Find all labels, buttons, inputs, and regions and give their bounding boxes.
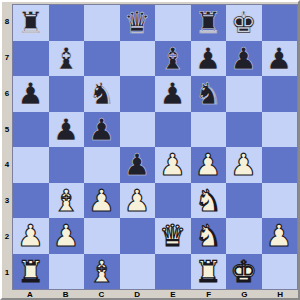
square-h7[interactable]: ♟ [262,41,298,77]
square-c6[interactable]: ♞ [84,76,120,112]
square-e1[interactable] [155,254,191,290]
square-a1[interactable]: ♜ [13,254,49,290]
piece-black-pawn-b5: ♟ [53,112,80,147]
piece-black-bishop-b7: ♝ [53,41,80,76]
square-d6[interactable] [120,76,156,112]
square-h4[interactable] [262,147,298,183]
square-g4[interactable]: ♟ [226,147,262,183]
square-c5[interactable]: ♟ [84,112,120,148]
square-e7[interactable]: ♝ [155,41,191,77]
file-label-b: B [48,289,84,300]
piece-white-knight-f3: ♞ [195,183,222,218]
file-label-c: C [84,289,120,300]
square-b7[interactable]: ♝ [49,41,85,77]
square-f3[interactable]: ♞ [191,183,227,219]
square-f6[interactable]: ♞ [191,76,227,112]
piece-black-rook-a8: ♜ [17,5,44,40]
file-labels: ABCDEFGH [12,289,298,300]
rank-label-7: 7 [2,40,12,76]
square-a5[interactable] [13,112,49,148]
square-d3[interactable]: ♟ [120,183,156,219]
piece-white-king-g1: ♚ [230,254,257,289]
square-f7[interactable]: ♟ [191,41,227,77]
square-a6[interactable]: ♟ [13,76,49,112]
square-c4[interactable] [84,147,120,183]
piece-white-pawn-d3: ♟ [124,183,151,218]
square-f2[interactable]: ♞ [191,218,227,254]
square-d5[interactable] [120,112,156,148]
file-label-a: A [12,289,48,300]
square-a2[interactable]: ♟ [13,218,49,254]
piece-white-pawn-f4: ♟ [195,147,222,182]
square-a7[interactable] [13,41,49,77]
square-c2[interactable] [84,218,120,254]
piece-black-queen-d8: ♛ [124,5,151,40]
piece-black-pawn-h7: ♟ [266,41,293,76]
piece-black-bishop-e7: ♝ [159,41,186,76]
square-d1[interactable] [120,254,156,290]
piece-white-bishop-c1: ♝ [88,254,115,289]
rank-labels: 87654321 [2,4,12,290]
square-f4[interactable]: ♟ [191,147,227,183]
square-b8[interactable] [49,5,85,41]
square-e6[interactable]: ♟ [155,76,191,112]
rank-label-2: 2 [2,219,12,255]
file-label-f: F [191,289,227,300]
square-b4[interactable] [49,147,85,183]
square-g1[interactable]: ♚ [226,254,262,290]
file-label-d: D [119,289,155,300]
piece-black-knight-c6: ♞ [88,76,115,111]
chess-board: ♜♛♜♚♝♝♟♟♟♟♞♟♞♟♟♟♟♟♟♝♟♟♞♟♟♛♞♟♜♝♜♚ [12,4,298,290]
file-label-g: G [227,289,263,300]
piece-black-pawn-d4: ♟ [124,147,151,182]
rank-label-3: 3 [2,183,12,219]
square-h3[interactable] [262,183,298,219]
square-f1[interactable]: ♜ [191,254,227,290]
square-h1[interactable] [262,254,298,290]
square-d2[interactable] [120,218,156,254]
square-b5[interactable]: ♟ [49,112,85,148]
square-h8[interactable] [262,5,298,41]
square-e5[interactable] [155,112,191,148]
piece-white-pawn-h2: ♟ [266,218,293,253]
square-d8[interactable]: ♛ [120,5,156,41]
piece-white-queen-e2: ♛ [159,218,186,253]
rank-label-6: 6 [2,76,12,112]
rank-label-4: 4 [2,147,12,183]
square-g5[interactable] [226,112,262,148]
square-a4[interactable] [13,147,49,183]
square-b3[interactable]: ♝ [49,183,85,219]
square-c7[interactable] [84,41,120,77]
piece-white-rook-f1: ♜ [195,254,222,289]
piece-white-pawn-c3: ♟ [88,183,115,218]
square-f8[interactable]: ♜ [191,5,227,41]
square-h5[interactable] [262,112,298,148]
square-g2[interactable] [226,218,262,254]
piece-white-bishop-b3: ♝ [53,183,80,218]
square-g3[interactable] [226,183,262,219]
square-a3[interactable] [13,183,49,219]
square-g7[interactable]: ♟ [226,41,262,77]
board-frame: 87654321 ♜♛♜♚♝♝♟♟♟♟♞♟♞♟♟♟♟♟♟♝♟♟♞♟♟♛♞♟♜♝♜… [0,0,300,300]
piece-black-king-g8: ♚ [230,5,257,40]
square-f5[interactable] [191,112,227,148]
rank-label-5: 5 [2,111,12,147]
piece-black-rook-f8: ♜ [195,5,222,40]
square-h6[interactable] [262,76,298,112]
square-h2[interactable]: ♟ [262,218,298,254]
square-g6[interactable] [226,76,262,112]
square-b6[interactable] [49,76,85,112]
square-c1[interactable]: ♝ [84,254,120,290]
square-c3[interactable]: ♟ [84,183,120,219]
piece-white-pawn-e4: ♟ [159,147,186,182]
file-label-h: H [262,289,298,300]
file-label-e: E [155,289,191,300]
square-e2[interactable]: ♛ [155,218,191,254]
rank-label-1: 1 [2,254,12,290]
piece-black-pawn-f7: ♟ [195,41,222,76]
piece-black-pawn-e6: ♟ [159,76,186,111]
square-b1[interactable] [49,254,85,290]
square-g8[interactable]: ♚ [226,5,262,41]
rank-label-8: 8 [2,4,12,40]
square-d4[interactable]: ♟ [120,147,156,183]
piece-white-pawn-b2: ♟ [53,218,80,253]
square-e3[interactable] [155,183,191,219]
piece-white-pawn-g4: ♟ [230,147,257,182]
square-a8[interactable]: ♜ [13,5,49,41]
piece-black-pawn-c5: ♟ [88,112,115,147]
square-e8[interactable] [155,5,191,41]
square-e4[interactable]: ♟ [155,147,191,183]
square-c8[interactable] [84,5,120,41]
piece-black-pawn-g7: ♟ [230,41,257,76]
piece-white-pawn-a2: ♟ [17,218,44,253]
piece-white-rook-a1: ♜ [17,254,44,289]
square-b2[interactable]: ♟ [49,218,85,254]
square-d7[interactable] [120,41,156,77]
piece-white-knight-f2: ♞ [195,218,222,253]
piece-black-knight-f6: ♞ [195,76,222,111]
piece-black-pawn-a6: ♟ [17,76,44,111]
